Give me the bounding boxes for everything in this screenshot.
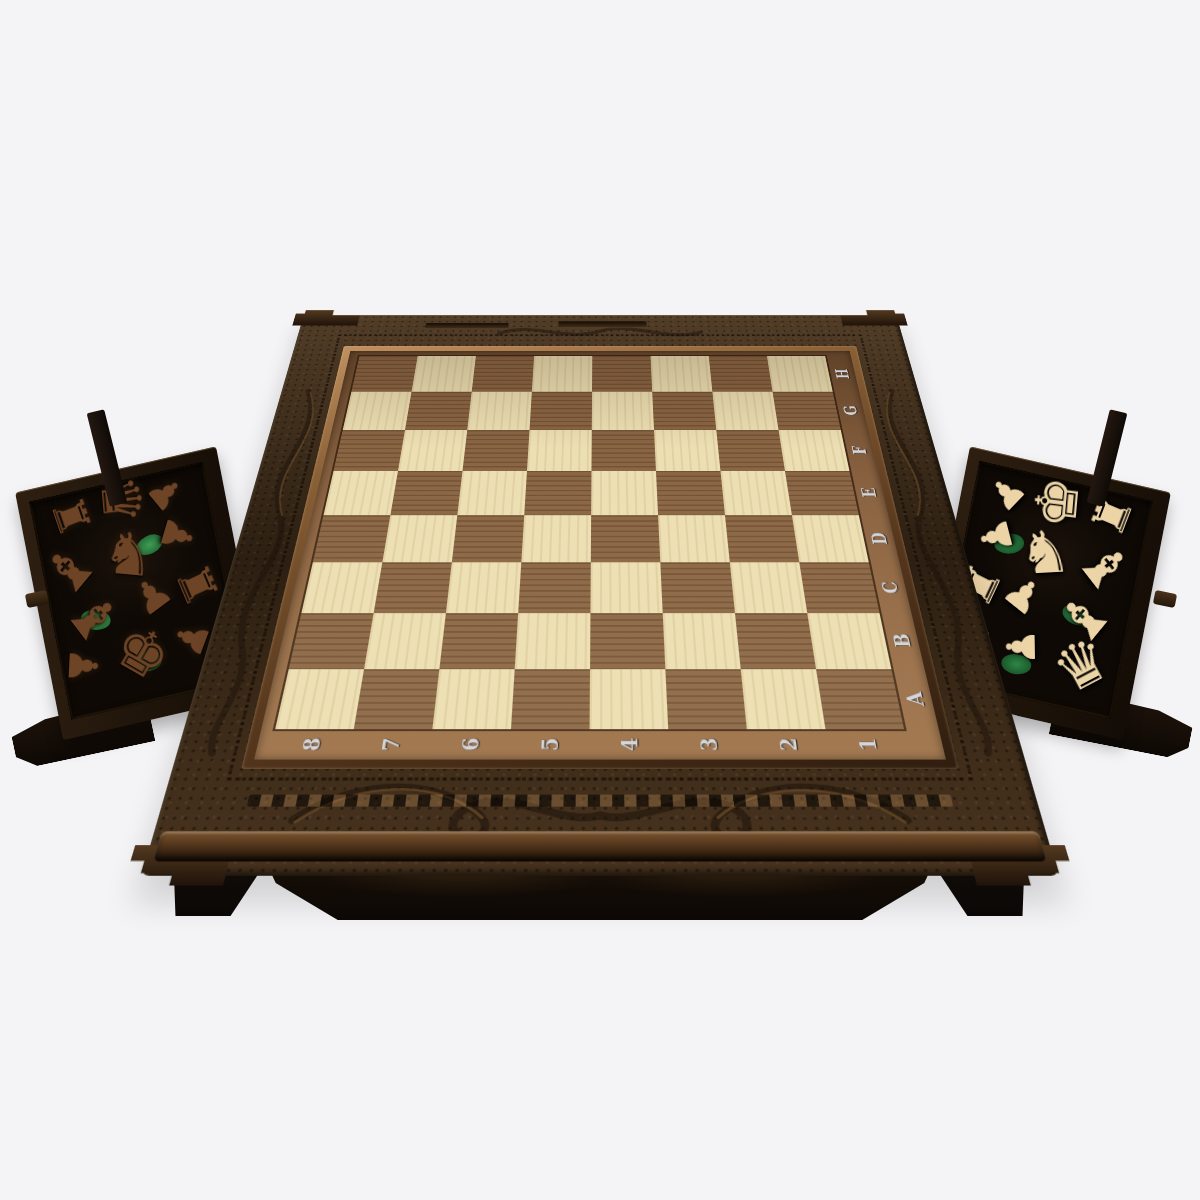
square-g6 (467, 392, 532, 430)
square-f6 (462, 430, 529, 471)
left-drawer-piece-pawn: ♟ (154, 512, 202, 557)
square-c5 (518, 562, 591, 613)
square-g4 (592, 392, 654, 430)
square-h2 (709, 356, 773, 392)
square-b6 (439, 613, 518, 668)
carved-walnut-frame: HGFEDCBA 87654321 (141, 315, 1058, 876)
chess-board (275, 356, 904, 729)
square-f7 (398, 430, 467, 471)
left-drawer-piece-rook: ♜ (168, 557, 226, 614)
square-h7 (412, 356, 476, 392)
square-e8 (324, 471, 398, 515)
square-h5 (532, 356, 592, 392)
square-f4 (591, 430, 655, 471)
left-drawer-piece-pawn: ♟ (63, 647, 105, 684)
top-rail-slot-1 (425, 323, 509, 329)
square-c6 (446, 562, 521, 613)
corner-block-top-right (839, 310, 907, 325)
square-g3 (652, 392, 716, 430)
rank-label-6: 6 (450, 711, 489, 780)
square-f8 (333, 430, 405, 471)
file-label-a: A (876, 685, 954, 712)
dentil-strip (247, 795, 954, 807)
square-f2 (716, 430, 785, 471)
square-e5 (524, 471, 591, 515)
corner-block-top-left (292, 310, 360, 325)
square-e6 (457, 471, 527, 515)
square-c7 (374, 562, 452, 613)
square-g7 (405, 392, 472, 430)
square-e3 (656, 471, 725, 515)
square-b3 (663, 613, 741, 668)
file-label-g: G (820, 402, 881, 419)
square-c3 (660, 562, 735, 613)
square-d7 (382, 515, 457, 562)
square-f3 (654, 430, 720, 471)
file-label-h: H (813, 366, 872, 382)
file-label-d: D (845, 528, 913, 549)
square-h8 (351, 356, 417, 392)
right-drawer-piece-pawn: ♟ (1001, 628, 1041, 665)
square-b8 (289, 613, 374, 668)
file-label-f: F (828, 441, 891, 459)
square-d5 (521, 515, 591, 562)
front-edge-molding (153, 831, 1047, 861)
square-h4 (592, 356, 652, 392)
square-g2 (712, 392, 778, 430)
square-e7 (390, 471, 462, 515)
file-label-e: E (836, 483, 902, 502)
square-b5 (515, 613, 591, 668)
square-g5 (529, 392, 592, 430)
rank-label-4: 4 (613, 711, 647, 780)
rank-label-5: 5 (532, 711, 567, 780)
square-b4 (590, 613, 665, 668)
square-d4 (591, 515, 660, 562)
square-d2 (725, 515, 799, 562)
file-label-c: C (854, 576, 925, 599)
rank-labels-bottom-edge: 87654321 (268, 730, 910, 758)
square-c2 (730, 562, 808, 613)
square-c8 (301, 562, 382, 613)
product-photo-scene: ♜♛♟♝♞♟♝♟♜♟♚♟ ♜♚♟♝♞♟♝♟♜♛♟♟ (0, 0, 1200, 1200)
right-drawer-knob (1153, 590, 1177, 608)
square-d8 (313, 515, 391, 562)
square-h3 (651, 356, 713, 392)
square-d3 (658, 515, 730, 562)
rank-label-3: 3 (690, 711, 728, 780)
board-molding: HGFEDCBA 87654321 (241, 346, 959, 769)
square-h6 (472, 356, 534, 392)
square-e2 (720, 471, 791, 515)
square-b7 (364, 613, 446, 668)
top-rail-slot-2 (558, 321, 646, 327)
board-margin: HGFEDCBA 87654321 (254, 351, 946, 760)
square-e4 (591, 471, 658, 515)
square-b2 (735, 613, 816, 668)
square-d6 (452, 515, 524, 562)
square-f5 (527, 430, 592, 471)
file-label-b: B (865, 628, 939, 652)
table-top: HGFEDCBA 87654321 (141, 315, 1058, 876)
square-c4 (590, 562, 662, 613)
square-g8 (343, 392, 412, 430)
